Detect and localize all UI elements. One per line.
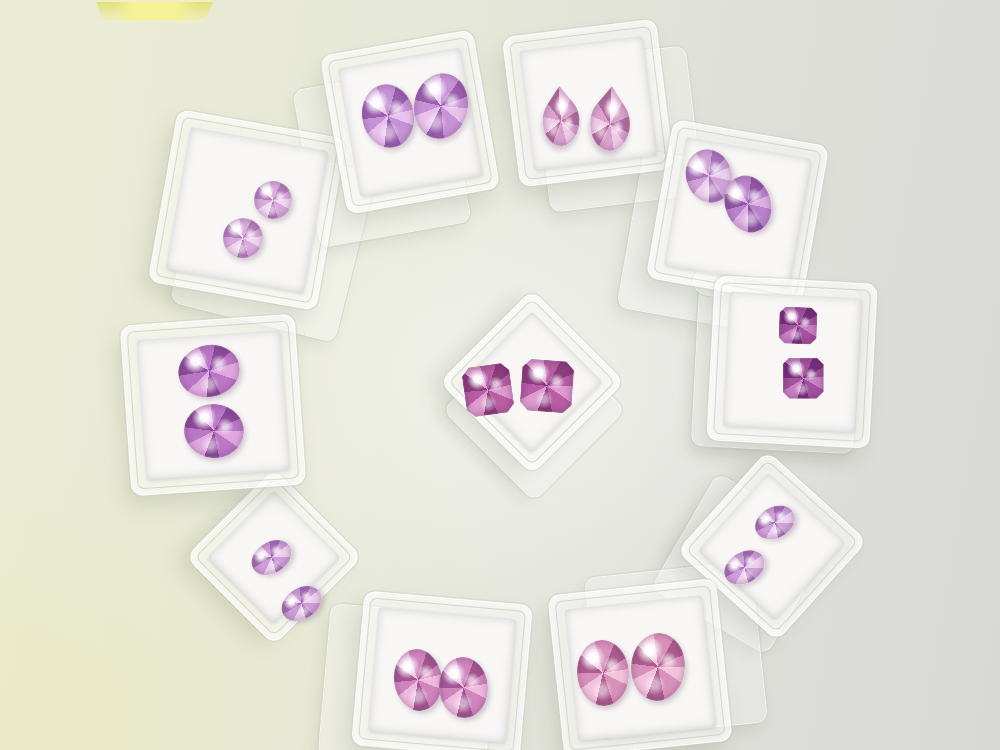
asscher-gemstone [778,306,817,344]
gemstone-display-photo [0,0,1000,750]
foam-pad [519,36,657,170]
gem-box-upper-left [149,111,344,310]
round-gemstone [254,181,292,219]
asscher-gemstone [519,358,575,414]
gem-box-top-right [504,20,673,185]
yellow-gem-box-partial [92,0,218,22]
foam-pad [166,127,329,293]
round-gemstone [223,218,263,258]
asscher-gemstone [461,362,515,418]
asscher-gemstone [783,358,824,399]
